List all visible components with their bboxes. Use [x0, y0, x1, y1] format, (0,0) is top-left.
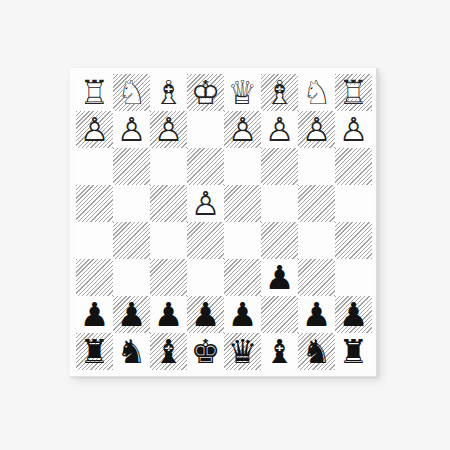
black-n-piece: ♞ [113, 333, 150, 370]
square-f5 [150, 222, 187, 259]
square-c7 [261, 296, 298, 333]
square-a1: ♜♖ [335, 74, 372, 111]
square-g5 [113, 222, 150, 259]
square-g8: ♞ [113, 333, 150, 370]
square-c8: ♝ [261, 333, 298, 370]
black-p-piece: ♟ [335, 296, 372, 333]
black-p-piece: ♟ [150, 296, 187, 333]
black-p-piece: ♟ [298, 296, 335, 333]
square-b6 [298, 259, 335, 296]
black-b-piece: ♝ [261, 333, 298, 370]
artboard: ♜♖♞♘♝♗♚♔♛♕♝♗♞♘♜♖♟♙♟♙♟♙♟♙♟♙♟♙♟♙♟♙♟♟♟♟♟♟♟♟… [70, 68, 378, 377]
square-g7: ♟ [113, 296, 150, 333]
chessboard: ♜♖♞♘♝♗♚♔♛♕♝♗♞♘♜♖♟♙♟♙♟♙♟♙♟♙♟♙♟♙♟♙♟♟♟♟♟♟♟♟… [76, 74, 372, 370]
square-h5 [76, 222, 113, 259]
black-q-piece: ♛ [224, 333, 261, 370]
white-n-piece: ♘ [298, 74, 335, 111]
square-h1: ♜♖ [76, 74, 113, 111]
square-a5 [335, 222, 372, 259]
square-f3 [150, 148, 187, 185]
square-b3 [298, 148, 335, 185]
square-b4 [298, 185, 335, 222]
square-d4 [224, 185, 261, 222]
square-f1: ♝♗ [150, 74, 187, 111]
square-b8: ♞ [298, 333, 335, 370]
white-p-piece: ♙ [187, 185, 224, 222]
black-k-piece: ♚ [187, 333, 224, 370]
square-g1: ♞♘ [113, 74, 150, 111]
square-a3 [335, 148, 372, 185]
square-a7: ♟ [335, 296, 372, 333]
square-a4 [335, 185, 372, 222]
square-e6 [187, 259, 224, 296]
square-g4 [113, 185, 150, 222]
white-b-piece: ♗ [261, 74, 298, 111]
black-p-piece: ♟ [113, 296, 150, 333]
square-c2: ♟♙ [261, 111, 298, 148]
square-f8: ♝ [150, 333, 187, 370]
white-p-piece: ♙ [76, 111, 113, 148]
square-h8: ♜ [76, 333, 113, 370]
black-p-piece: ♟ [187, 296, 224, 333]
square-e7: ♟ [187, 296, 224, 333]
square-e2 [187, 111, 224, 148]
square-d7: ♟ [224, 296, 261, 333]
square-b5 [298, 222, 335, 259]
black-p-piece: ♟ [76, 296, 113, 333]
square-d2: ♟♙ [224, 111, 261, 148]
square-d1: ♛♕ [224, 74, 261, 111]
white-q-piece: ♕ [224, 74, 261, 111]
square-a8: ♜ [335, 333, 372, 370]
square-h4 [76, 185, 113, 222]
square-g6 [113, 259, 150, 296]
white-k-piece: ♔ [187, 74, 224, 111]
square-h3 [76, 148, 113, 185]
square-f4 [150, 185, 187, 222]
white-p-piece: ♙ [335, 111, 372, 148]
square-f6 [150, 259, 187, 296]
square-h6 [76, 259, 113, 296]
square-a2: ♟♙ [335, 111, 372, 148]
square-e4: ♟♙ [187, 185, 224, 222]
black-b-piece: ♝ [150, 333, 187, 370]
white-r-piece: ♖ [335, 74, 372, 111]
square-h7: ♟ [76, 296, 113, 333]
black-n-piece: ♞ [298, 333, 335, 370]
square-b7: ♟ [298, 296, 335, 333]
square-g2: ♟♙ [113, 111, 150, 148]
white-b-piece: ♗ [150, 74, 187, 111]
white-n-piece: ♘ [113, 74, 150, 111]
square-e1: ♚♔ [187, 74, 224, 111]
square-c4 [261, 185, 298, 222]
square-d6 [224, 259, 261, 296]
square-h2: ♟♙ [76, 111, 113, 148]
square-d3 [224, 148, 261, 185]
white-r-piece: ♖ [76, 74, 113, 111]
square-c5 [261, 222, 298, 259]
square-d8: ♛ [224, 333, 261, 370]
square-f2: ♟♙ [150, 111, 187, 148]
white-p-piece: ♙ [113, 111, 150, 148]
black-r-piece: ♜ [335, 333, 372, 370]
square-e5 [187, 222, 224, 259]
square-d5 [224, 222, 261, 259]
square-c1: ♝♗ [261, 74, 298, 111]
white-p-piece: ♙ [150, 111, 187, 148]
white-p-piece: ♙ [224, 111, 261, 148]
square-b2: ♟♙ [298, 111, 335, 148]
square-b1: ♞♘ [298, 74, 335, 111]
square-f7: ♟ [150, 296, 187, 333]
white-p-piece: ♙ [298, 111, 335, 148]
black-p-piece: ♟ [224, 296, 261, 333]
square-e8: ♚ [187, 333, 224, 370]
square-c3 [261, 148, 298, 185]
black-r-piece: ♜ [76, 333, 113, 370]
square-e3 [187, 148, 224, 185]
black-p-piece: ♟ [261, 259, 298, 296]
square-c6: ♟ [261, 259, 298, 296]
square-a6 [335, 259, 372, 296]
square-g3 [113, 148, 150, 185]
white-p-piece: ♙ [261, 111, 298, 148]
